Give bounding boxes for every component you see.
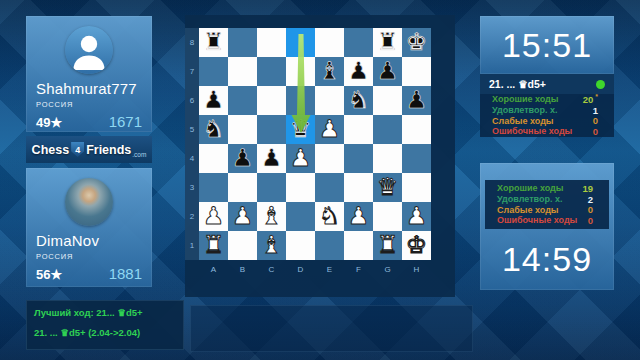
square-a6[interactable]: ♟ — [199, 86, 228, 115]
square-d5[interactable]: ♛ — [286, 115, 315, 144]
square-d3[interactable] — [286, 173, 315, 202]
square-c6[interactable] — [257, 86, 286, 115]
clock-top: 15:51 — [480, 16, 614, 74]
star-icon: ★ — [50, 115, 62, 130]
stat-row-satisfactory: Удовлетвор. х. 1 — [480, 105, 614, 116]
rank-label-5: 5 — [185, 115, 199, 144]
stat-row-good: Хорошие ходы 20* — [480, 94, 614, 105]
piece-white-pawn[interactable]: ♟ — [228, 202, 257, 231]
person-icon — [65, 26, 113, 74]
file-label-C: C — [257, 260, 286, 278]
square-d6[interactable] — [286, 86, 315, 115]
square-f1[interactable] — [344, 231, 373, 260]
file-label-B: B — [228, 260, 257, 278]
square-e7[interactable]: ♝ — [315, 57, 344, 86]
square-b1[interactable] — [228, 231, 257, 260]
file-labels: ABCDEFGH — [199, 260, 431, 278]
logo-text-chess: Chess — [32, 143, 70, 157]
clock-top-time: 15:51 — [502, 26, 592, 65]
square-a8[interactable]: ♜ — [199, 28, 228, 57]
piece-black-king[interactable]: ♚ — [402, 28, 431, 57]
rank-label-3: 3 — [185, 173, 199, 202]
square-c1[interactable]: ♝ — [257, 231, 286, 260]
best-move-panel: Лучший ход: 21... ♛d5+ 21. ... ♛d5+ (2.0… — [26, 300, 184, 350]
square-b7[interactable] — [228, 57, 257, 86]
square-d8[interactable] — [286, 28, 315, 57]
square-b5[interactable] — [228, 115, 257, 144]
square-a4[interactable] — [199, 144, 228, 173]
piece-white-rook[interactable]: ♜ — [199, 231, 228, 260]
piece-white-pawn[interactable]: ♟ — [286, 144, 315, 173]
square-e8[interactable] — [315, 28, 344, 57]
square-h1[interactable]: ♚ — [402, 231, 431, 260]
square-f2[interactable]: ♟ — [344, 202, 373, 231]
square-c7[interactable] — [257, 57, 286, 86]
square-b4[interactable]: ♟ — [228, 144, 257, 173]
square-b2[interactable]: ♟ — [228, 202, 257, 231]
stats-box-bottom: Хорошие ходы 19 Удовлетвор. х. 2 Слабые … — [485, 180, 609, 229]
piece-black-rook[interactable]: ♜ — [373, 28, 402, 57]
piece-black-pawn[interactable]: ♟ — [199, 86, 228, 115]
square-e6[interactable] — [315, 86, 344, 115]
chess4friends-logo[interactable]: Chess 4 Friends .com — [26, 136, 152, 163]
player-rating-bottom: 1881 — [109, 265, 142, 282]
square-b6[interactable] — [228, 86, 257, 115]
square-g5[interactable] — [373, 115, 402, 144]
square-e4[interactable] — [315, 144, 344, 173]
square-e2[interactable]: ♞ — [315, 202, 344, 231]
square-g7[interactable]: ♟ — [373, 57, 402, 86]
square-d1[interactable] — [286, 231, 315, 260]
square-c3[interactable] — [257, 173, 286, 202]
square-g3[interactable]: ♛ — [373, 173, 402, 202]
piece-white-pawn[interactable]: ♟ — [344, 202, 373, 231]
square-e1[interactable] — [315, 231, 344, 260]
rank-label-2: 2 — [185, 202, 199, 231]
square-f4[interactable] — [344, 144, 373, 173]
file-label-D: D — [286, 260, 315, 278]
square-b3[interactable] — [228, 173, 257, 202]
piece-white-knight[interactable]: ♞ — [315, 202, 344, 231]
square-h8[interactable]: ♚ — [402, 28, 431, 57]
rank-label-4: 4 — [185, 144, 199, 173]
player-stars-top: 49★ — [36, 115, 62, 130]
chess4friends-app: { "game": "chess", "position": { "fen": … — [0, 0, 640, 360]
square-f5[interactable] — [344, 115, 373, 144]
piece-black-pawn[interactable]: ♟ — [344, 57, 373, 86]
star-icon: ★ — [50, 267, 62, 282]
last-move-row[interactable]: 21. ... ♛d5+ — [480, 74, 614, 94]
clock-bottom-time: 14:59 — [502, 240, 592, 279]
square-h7[interactable] — [402, 57, 431, 86]
chess-board-panel: 87654321 ♜♜♚♝♟♟♟♞♟♞♛♟♟♟♟♛♟♟♝♞♟♟♜♝♜♚ ABCD… — [185, 15, 455, 297]
square-h5[interactable] — [402, 115, 431, 144]
player-rating-top: 1671 — [109, 113, 142, 130]
analysis-panel-bottom: Хорошие ходы 19 Удовлетвор. х. 2 Слабые … — [480, 163, 614, 290]
chess-board: ♜♜♚♝♟♟♟♞♟♞♛♟♟♟♟♛♟♟♝♞♟♟♜♝♜♚ — [199, 28, 431, 260]
piece-black-pawn[interactable]: ♟ — [257, 144, 286, 173]
rank-labels: 87654321 — [185, 28, 199, 260]
square-e5[interactable]: ♟ — [315, 115, 344, 144]
stat-row-weak: Слабые ходы 0 — [485, 204, 609, 215]
piece-white-king[interactable]: ♚ — [402, 231, 431, 260]
file-label-E: E — [315, 260, 344, 278]
piece-white-pawn[interactable]: ♟ — [315, 115, 344, 144]
file-label-H: H — [402, 260, 431, 278]
piece-black-rook[interactable]: ♜ — [199, 28, 228, 57]
stat-asterisk: * — [595, 93, 598, 100]
square-h2[interactable]: ♟ — [402, 202, 431, 231]
piece-white-bishop[interactable]: ♝ — [257, 231, 286, 260]
stat-row-good: Хорошие ходы 19 — [485, 183, 609, 194]
player-name-bottom: DimaNov — [36, 232, 142, 249]
rank-label-7: 7 — [185, 57, 199, 86]
square-g2[interactable] — [373, 202, 402, 231]
player-name-top: Shahmurat777 — [36, 80, 142, 97]
square-b8[interactable] — [228, 28, 257, 57]
square-c8[interactable] — [257, 28, 286, 57]
square-g6[interactable] — [373, 86, 402, 115]
best-move-line2: 21. ... ♛d5+ (2.04->2.04) — [34, 327, 176, 338]
logo-text-friends: Friends — [86, 143, 131, 157]
square-a7[interactable] — [199, 57, 228, 86]
square-c2[interactable]: ♝ — [257, 202, 286, 231]
rank-label-6: 6 — [185, 86, 199, 115]
player-stars-bottom: 56★ — [36, 267, 62, 282]
square-g1[interactable]: ♜ — [373, 231, 402, 260]
piece-black-queen[interactable]: ♛ — [286, 115, 315, 144]
square-f8[interactable] — [344, 28, 373, 57]
stat-row-weak: Слабые ходы 0 — [480, 115, 614, 126]
piece-black-bishop[interactable]: ♝ — [315, 57, 344, 86]
stat-row-mistakes: Ошибочные ходы 0 — [485, 215, 609, 226]
square-g4[interactable] — [373, 144, 402, 173]
square-a3[interactable] — [199, 173, 228, 202]
last-move-text: 21. ... ♛d5+ — [489, 78, 546, 90]
stat-row-satisfactory: Удовлетвор. х. 2 — [485, 194, 609, 205]
stat-row-mistakes: Ошибочные ходы 0 — [480, 126, 614, 137]
square-c5[interactable] — [257, 115, 286, 144]
square-d7[interactable] — [286, 57, 315, 86]
piece-white-pawn[interactable]: ♟ — [402, 202, 431, 231]
square-h3[interactable] — [402, 173, 431, 202]
square-d4[interactable]: ♟ — [286, 144, 315, 173]
square-a5[interactable]: ♞ — [199, 115, 228, 144]
player-card-bottom: DimaNov РОССИЯ 56★ 1881 — [26, 168, 152, 287]
square-f7[interactable]: ♟ — [344, 57, 373, 86]
piece-black-knight[interactable]: ♞ — [199, 115, 228, 144]
rank-label-8: 8 — [185, 28, 199, 57]
move-list-bar[interactable] — [190, 305, 473, 352]
file-label-G: G — [373, 260, 402, 278]
file-label-F: F — [344, 260, 373, 278]
square-f3[interactable] — [344, 173, 373, 202]
square-c4[interactable]: ♟ — [257, 144, 286, 173]
square-g8[interactable]: ♜ — [373, 28, 402, 57]
analysis-panel-top: 21. ... ♛d5+ Хорошие ходы 20* Удовлетвор… — [480, 74, 614, 137]
square-h4[interactable] — [402, 144, 431, 173]
avatar-dimanov[interactable] — [65, 178, 113, 226]
piece-black-knight[interactable]: ♞ — [344, 86, 373, 115]
piece-white-pawn[interactable]: ♟ — [199, 202, 228, 231]
piece-white-bishop[interactable]: ♝ — [257, 202, 286, 231]
player-country-bottom: РОССИЯ — [36, 252, 142, 261]
best-move-line1: Лучший ход: 21... ♛d5+ — [34, 307, 176, 318]
board-corner — [185, 260, 199, 278]
player-card-top: Shahmurat777 РОССИЯ 49★ 1671 — [26, 16, 152, 132]
square-e3[interactable] — [315, 173, 344, 202]
avatar-shahmurat777[interactable] — [65, 26, 113, 74]
piece-black-pawn[interactable]: ♟ — [373, 57, 402, 86]
logo-text-com: .com — [132, 151, 146, 158]
move-quality-dot — [596, 80, 605, 89]
square-d2[interactable] — [286, 202, 315, 231]
logo-shield-icon: 4 — [71, 142, 84, 157]
square-a1[interactable]: ♜ — [199, 231, 228, 260]
piece-black-pawn[interactable]: ♟ — [402, 86, 431, 115]
square-a2[interactable]: ♟ — [199, 202, 228, 231]
piece-black-pawn[interactable]: ♟ — [228, 144, 257, 173]
player-country-top: РОССИЯ — [36, 100, 142, 109]
piece-white-rook[interactable]: ♜ — [373, 231, 402, 260]
rank-label-1: 1 — [185, 231, 199, 260]
square-f6[interactable]: ♞ — [344, 86, 373, 115]
piece-white-queen[interactable]: ♛ — [373, 173, 402, 202]
file-label-A: A — [199, 260, 228, 278]
square-h6[interactable]: ♟ — [402, 86, 431, 115]
